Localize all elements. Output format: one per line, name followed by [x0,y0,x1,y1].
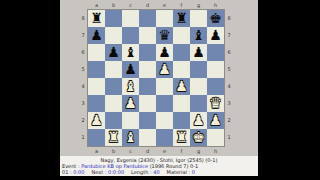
square-f7 [173,27,190,44]
file-labels-top: abcdefgh [88,2,224,8]
caption-bar: Nagy, Evgenia (2430) - Stohl, Igor (2545… [60,156,258,176]
square-b7 [105,27,122,44]
square-f4: ♟ [173,78,190,95]
letterbox-left [0,0,60,180]
rank-label-7: 7 [80,27,86,44]
square-g2: ♟ [190,112,207,129]
white-pawn: ♟ [122,95,139,112]
square-e5: ♟ [156,61,173,78]
rank-label-6: 6 [80,44,86,61]
black-pawn: ♟ [105,44,122,61]
square-g8 [190,10,207,27]
status-next: Next : 0:0:00 [91,169,124,175]
square-a8: ♜ [88,10,105,27]
rank-label-3: 3 [80,95,86,112]
square-d8 [139,10,156,27]
square-e7: ♛ [156,27,173,44]
square-a2: ♟ [88,112,105,129]
square-d4 [139,78,156,95]
square-h8: ♚ [207,10,224,27]
square-d1 [139,129,156,146]
rank-label-1: 1 [226,129,232,146]
square-c8 [122,10,139,27]
black-pawn: ♟ [122,61,139,78]
square-h6 [207,44,224,61]
rank-labels-left: 87654321 [80,10,86,146]
rank-label-8: 8 [80,10,86,27]
rank-label-5: 5 [226,61,232,78]
square-b6: ♟ [105,44,122,61]
rank-label-4: 4 [80,78,86,95]
square-g6: ♟ [190,44,207,61]
square-b2 [105,112,122,129]
square-d2 [139,112,156,129]
square-g1: ♚ [190,129,207,146]
square-d6 [139,44,156,61]
file-label-c: c [122,2,139,8]
black-rook: ♜ [173,10,190,27]
square-a6 [88,44,105,61]
white-pawn: ♟ [207,112,224,129]
square-b3 [105,95,122,112]
square-e3 [156,95,173,112]
status-material: Material : 0 [167,169,195,175]
square-c6: ♝ [122,44,139,61]
rank-label-2: 2 [226,112,232,129]
square-e8 [156,10,173,27]
black-pawn: ♟ [207,27,224,44]
square-b8 [105,10,122,27]
white-rook: ♜ [173,129,190,146]
black-king: ♚ [207,10,224,27]
square-b4 [105,78,122,95]
square-h4 [207,78,224,95]
square-g3 [190,95,207,112]
board-panel: abcdefgh 87654321 ♜♜♚♟♛♝♟♟♝♟♟♟♟♝♟♟♛♟♟♟♜♝… [60,0,258,180]
rank-label-7: 7 [226,27,232,44]
file-label-e: e [156,2,173,8]
square-c7 [122,27,139,44]
file-label-d: d [139,148,156,154]
square-f1: ♜ [173,129,190,146]
white-queen: ♛ [207,95,224,112]
black-pawn: ♟ [190,44,207,61]
file-label-b: b [105,2,122,8]
letterbox-right [258,0,320,180]
square-f3 [173,95,190,112]
black-pawn: ♟ [156,44,173,61]
file-label-f: f [173,2,190,8]
square-g4 [190,78,207,95]
square-h1 [207,129,224,146]
file-label-a: a [88,148,105,154]
status-length: Length : 40 [131,169,160,175]
rank-label-2: 2 [80,112,86,129]
square-c3: ♟ [122,95,139,112]
rank-labels-right: 87654321 [226,10,232,146]
square-e6: ♟ [156,44,173,61]
square-h5 [207,61,224,78]
square-e1 [156,129,173,146]
file-label-c: c [122,148,139,154]
file-label-g: g [190,148,207,154]
square-c4: ♝ [122,78,139,95]
file-label-h: h [207,2,224,8]
square-b1: ♜ [105,129,122,146]
white-pawn: ♟ [190,112,207,129]
square-a4 [88,78,105,95]
rank-label-4: 4 [226,78,232,95]
square-c2 [122,112,139,129]
square-g5 [190,61,207,78]
chess-board: ♜♜♚♟♛♝♟♟♝♟♟♟♟♝♟♟♛♟♟♟♜♝♜♚ [88,10,224,146]
file-label-f: f [173,148,190,154]
square-f5 [173,61,190,78]
square-c5: ♟ [122,61,139,78]
white-king: ♚ [190,129,207,146]
rank-label-6: 6 [226,44,232,61]
square-h7: ♟ [207,27,224,44]
square-e4 [156,78,173,95]
white-pawn: ♟ [88,112,105,129]
rank-label-3: 3 [226,95,232,112]
white-pawn: ♟ [173,78,190,95]
rank-label-5: 5 [80,61,86,78]
white-rook: ♜ [105,129,122,146]
black-pawn: ♟ [88,27,105,44]
square-f8: ♜ [173,10,190,27]
square-h2: ♟ [207,112,224,129]
square-a5 [88,61,105,78]
file-label-h: h [207,148,224,154]
video-frame: { "game": "chess", "position": { "fen": … [0,0,320,180]
black-bishop: ♝ [122,44,139,61]
black-rook: ♜ [88,10,105,27]
square-a1 [88,129,105,146]
file-label-d: d [139,2,156,8]
bottom-black-bar [0,176,320,180]
file-label-a: a [88,2,105,8]
square-a3 [88,95,105,112]
square-d3 [139,95,156,112]
file-label-g: g [190,2,207,8]
square-g7: ♝ [190,27,207,44]
square-b5 [105,61,122,78]
file-label-b: b [105,148,122,154]
file-labels-bottom: abcdefgh [88,148,224,154]
white-bishop: ♝ [122,129,139,146]
square-c1: ♝ [122,129,139,146]
white-pawn: ♟ [156,61,173,78]
square-e2 [156,112,173,129]
black-bishop: ♝ [190,27,207,44]
square-f2 [173,112,190,129]
black-queen: ♛ [156,27,173,44]
rank-label-8: 8 [226,10,232,27]
status-line: 01 : 0:00 Next : 0:0:00 Length : 40 Mate… [60,169,258,175]
rank-label-1: 1 [80,129,86,146]
file-label-e: e [156,148,173,154]
square-h3: ♛ [207,95,224,112]
square-a7: ♟ [88,27,105,44]
square-d7 [139,27,156,44]
square-f6 [173,44,190,61]
white-bishop: ♝ [122,78,139,95]
status-result: 01 : 0:00 [62,169,84,175]
square-d5 [139,61,156,78]
